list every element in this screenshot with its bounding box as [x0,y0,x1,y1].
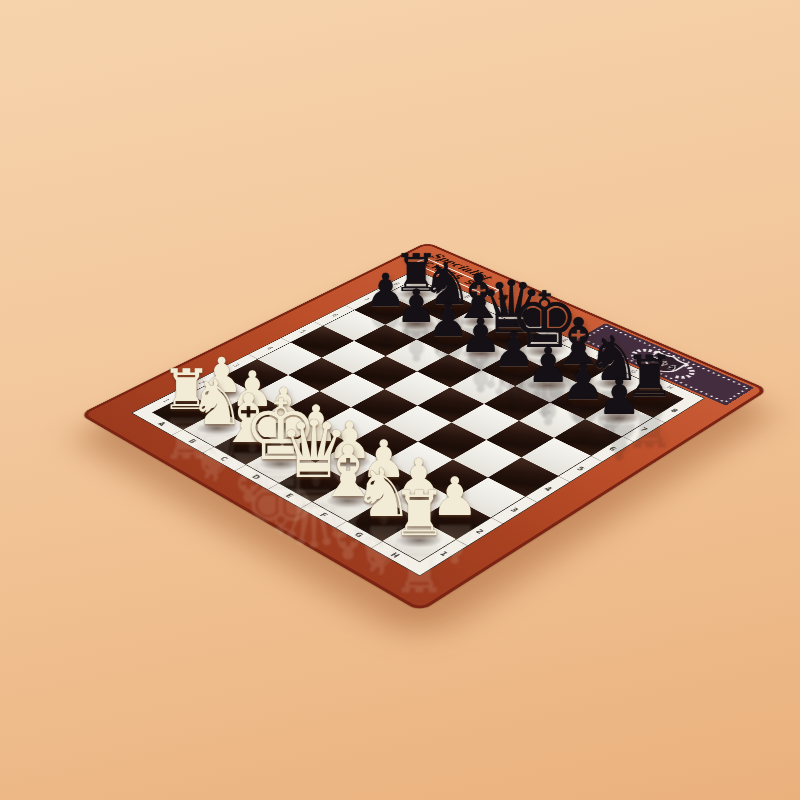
photo-backdrop: Specialist CHESS SET ♞ ♜♚♞ ABCDEFGH [0,0,800,800]
piece-black-pawn-h7[interactable]: ♟ [597,374,642,424]
scene: Specialist CHESS SET ♞ ♜♚♞ ABCDEFGH [0,0,800,800]
piece-white-rook-h1[interactable]: ♜ [392,485,447,547]
